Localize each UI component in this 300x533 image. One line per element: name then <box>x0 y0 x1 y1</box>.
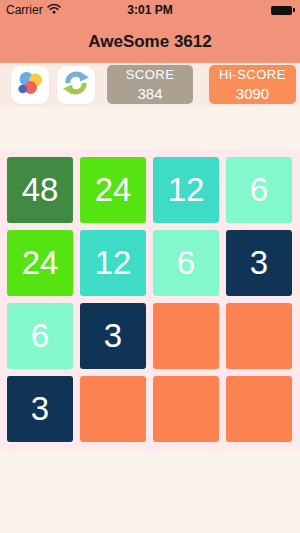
tile-6: 6 <box>226 157 292 223</box>
hiscore-label: Hi-SCORE <box>219 67 286 84</box>
tile-empty <box>153 303 219 369</box>
game-center-bubbles-icon <box>17 70 44 101</box>
page-title: AweSome 3612 <box>0 20 300 63</box>
tile-24: 24 <box>80 157 146 223</box>
hiscore-badge: Hi-SCORE 3090 <box>209 65 296 104</box>
tile-48: 48 <box>7 157 73 223</box>
tile-12: 12 <box>153 157 219 223</box>
toolbar: SCORE 384 Hi-SCORE 3090 <box>0 63 300 107</box>
tile-grid: 4824126241263633 <box>7 157 293 442</box>
score-value: 384 <box>137 84 162 103</box>
tile-empty <box>80 376 146 442</box>
tile-3: 3 <box>80 303 146 369</box>
tile-12: 12 <box>80 230 146 296</box>
carrier-label: Carrier <box>6 3 43 17</box>
hiscore-value: 3090 <box>236 84 269 103</box>
game-board[interactable]: 4824126241263633 <box>0 149 300 451</box>
tile-3: 3 <box>226 230 292 296</box>
tile-empty <box>153 376 219 442</box>
restart-sync-icon <box>62 69 90 101</box>
game-center-button[interactable] <box>11 66 49 104</box>
tile-3: 3 <box>7 376 73 442</box>
score-label: SCORE <box>126 67 175 84</box>
tile-6: 6 <box>153 230 219 296</box>
tile-24: 24 <box>7 230 73 296</box>
tile-empty <box>226 303 292 369</box>
score-badge: SCORE 384 <box>107 65 193 104</box>
status-bar: 3:01 PM Carrier <box>0 0 300 20</box>
restart-button[interactable] <box>57 66 95 104</box>
tile-empty <box>226 376 292 442</box>
battery-icon <box>271 6 292 15</box>
tile-6: 6 <box>7 303 73 369</box>
wifi-icon <box>47 3 61 17</box>
app-screen: 3:01 PM Carrier AweSome 3612 <box>0 0 300 533</box>
app-header: 3:01 PM Carrier AweSome 3612 <box>0 0 300 63</box>
